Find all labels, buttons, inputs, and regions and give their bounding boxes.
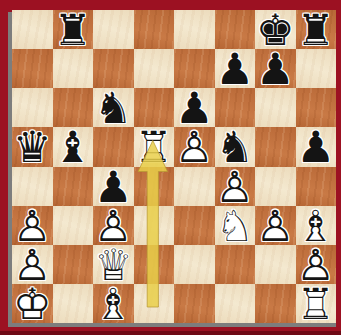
white-piece-glyph: ♙ bbox=[175, 128, 214, 167]
black-piece-glyph: ♟ bbox=[296, 128, 335, 167]
chess-board[interactable]: ♜♜♚♚♜♜♟♟♟♟♞♞♟♟♛♛♝♝♜♖♟♙♞♞♟♟♟♟♟♙♟♙♟♙♞♘♟♙♝♗… bbox=[12, 10, 336, 323]
square-h1[interactable]: ♜♖ bbox=[296, 284, 337, 323]
square-c1[interactable]: ♝♗ bbox=[93, 284, 134, 323]
board-frame: ♜♜♚♚♜♜♟♟♟♟♞♞♟♟♛♛♝♝♜♖♟♙♞♞♟♟♟♟♟♙♟♙♟♙♞♘♟♙♝♗… bbox=[0, 0, 341, 335]
piece-black-pawn[interactable]: ♟♟ bbox=[255, 49, 296, 88]
square-e8[interactable] bbox=[174, 10, 215, 49]
square-b7[interactable] bbox=[53, 49, 94, 88]
square-b2[interactable] bbox=[53, 245, 94, 284]
piece-white-pawn[interactable]: ♟♙ bbox=[174, 127, 215, 166]
square-d1[interactable] bbox=[134, 284, 175, 323]
black-piece-glyph: ♜ bbox=[53, 11, 92, 50]
square-b1[interactable] bbox=[53, 284, 94, 323]
white-piece-glyph: ♔ bbox=[13, 285, 52, 324]
square-e1[interactable] bbox=[174, 284, 215, 323]
board-shadow-bottom bbox=[8, 323, 336, 327]
piece-white-rook[interactable]: ♜♖ bbox=[296, 284, 337, 323]
square-f2[interactable] bbox=[215, 245, 256, 284]
piece-black-rook[interactable]: ♜♜ bbox=[296, 10, 337, 49]
black-piece-glyph: ♝ bbox=[53, 128, 92, 167]
square-c6[interactable]: ♞♞ bbox=[93, 88, 134, 127]
white-piece-glyph: ♙ bbox=[256, 207, 295, 246]
square-g7[interactable]: ♟♟ bbox=[255, 49, 296, 88]
square-g6[interactable] bbox=[255, 88, 296, 127]
square-d4[interactable] bbox=[134, 167, 175, 206]
square-d5[interactable]: ♜♖ bbox=[134, 127, 175, 166]
white-piece-glyph: ♖ bbox=[296, 285, 335, 324]
black-piece-glyph: ♞ bbox=[94, 89, 133, 128]
piece-black-bishop[interactable]: ♝♝ bbox=[53, 127, 94, 166]
piece-black-queen[interactable]: ♛♛ bbox=[12, 127, 53, 166]
square-b4[interactable] bbox=[53, 167, 94, 206]
piece-white-bishop[interactable]: ♝♗ bbox=[93, 284, 134, 323]
square-h5[interactable]: ♟♟ bbox=[296, 127, 337, 166]
square-f7[interactable]: ♟♟ bbox=[215, 49, 256, 88]
piece-white-rook[interactable]: ♜♖ bbox=[134, 127, 175, 166]
square-d7[interactable] bbox=[134, 49, 175, 88]
square-a7[interactable] bbox=[12, 49, 53, 88]
square-g3[interactable]: ♟♙ bbox=[255, 206, 296, 245]
square-h8[interactable]: ♜♜ bbox=[296, 10, 337, 49]
piece-white-king[interactable]: ♚♔ bbox=[12, 284, 53, 323]
square-g1[interactable] bbox=[255, 284, 296, 323]
square-f3[interactable]: ♞♘ bbox=[215, 206, 256, 245]
black-piece-glyph: ♜ bbox=[296, 11, 335, 50]
square-a1[interactable]: ♚♔ bbox=[12, 284, 53, 323]
square-g5[interactable] bbox=[255, 127, 296, 166]
square-e2[interactable] bbox=[174, 245, 215, 284]
square-b3[interactable] bbox=[53, 206, 94, 245]
black-piece-glyph: ♟ bbox=[215, 50, 254, 89]
piece-white-knight[interactable]: ♞♘ bbox=[215, 206, 256, 245]
piece-black-pawn[interactable]: ♟♟ bbox=[296, 127, 337, 166]
piece-black-rook[interactable]: ♜♜ bbox=[53, 10, 94, 49]
square-f1[interactable] bbox=[215, 284, 256, 323]
square-a5[interactable]: ♛♛ bbox=[12, 127, 53, 166]
square-e3[interactable] bbox=[174, 206, 215, 245]
square-e4[interactable] bbox=[174, 167, 215, 206]
square-b5[interactable]: ♝♝ bbox=[53, 127, 94, 166]
square-h7[interactable] bbox=[296, 49, 337, 88]
square-a8[interactable] bbox=[12, 10, 53, 49]
square-d3[interactable] bbox=[134, 206, 175, 245]
black-piece-glyph: ♛ bbox=[13, 128, 52, 167]
piece-white-pawn[interactable]: ♟♙ bbox=[255, 206, 296, 245]
frame-bottom-line bbox=[0, 331, 341, 335]
square-g2[interactable] bbox=[255, 245, 296, 284]
square-b8[interactable]: ♜♜ bbox=[53, 10, 94, 49]
piece-black-knight[interactable]: ♞♞ bbox=[93, 88, 134, 127]
black-piece-glyph: ♟ bbox=[256, 50, 295, 89]
square-e5[interactable]: ♟♙ bbox=[174, 127, 215, 166]
square-c8[interactable] bbox=[93, 10, 134, 49]
piece-black-pawn[interactable]: ♟♟ bbox=[215, 49, 256, 88]
white-piece-glyph: ♖ bbox=[134, 128, 173, 167]
white-piece-glyph: ♗ bbox=[94, 285, 133, 324]
square-d2[interactable] bbox=[134, 245, 175, 284]
white-piece-glyph: ♘ bbox=[215, 207, 254, 246]
square-d8[interactable] bbox=[134, 10, 175, 49]
